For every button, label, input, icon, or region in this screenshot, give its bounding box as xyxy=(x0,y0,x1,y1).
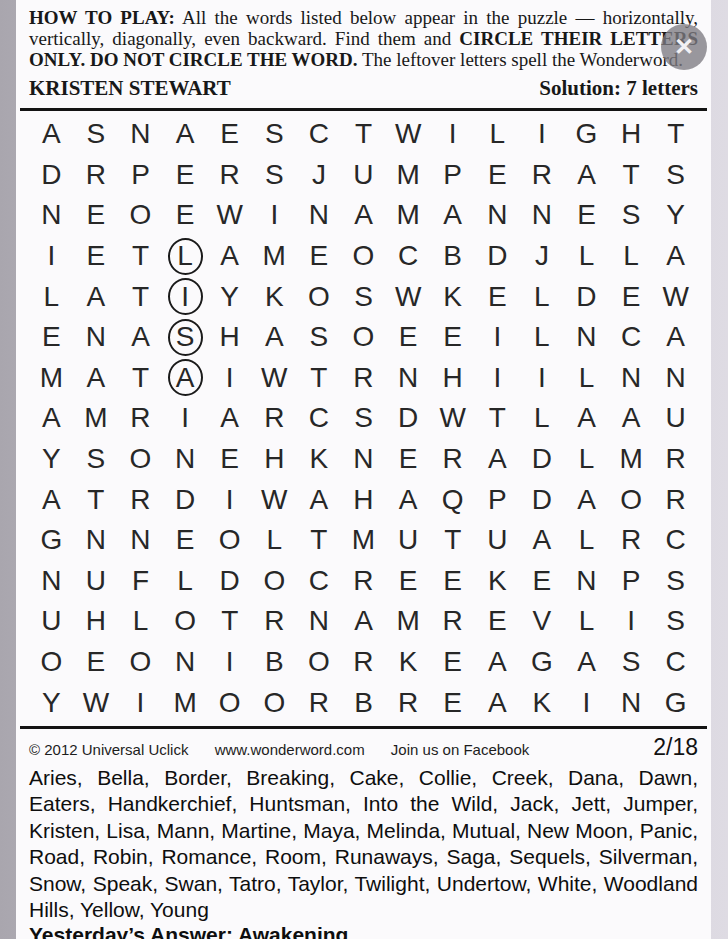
grid-cell-r15c6[interactable]: O xyxy=(252,682,297,723)
grid-cell-r6c11[interactable]: I xyxy=(475,317,520,358)
grid-cell-r3c6[interactable]: I xyxy=(252,195,297,236)
grid-cell-r2c12[interactable]: R xyxy=(520,155,565,196)
grid-cell-r14c4[interactable]: N xyxy=(163,642,208,683)
close-icon: ✕ xyxy=(674,35,694,59)
grid-cell-r8c2[interactable]: M xyxy=(74,398,119,439)
grid-cell-r12c4[interactable]: L xyxy=(163,561,208,602)
grid-cell-r14c5[interactable]: I xyxy=(207,642,252,683)
grid-cell-r14c2[interactable]: E xyxy=(74,642,119,683)
how-to-play-body-2: The leftover letters spell the Wonderwor… xyxy=(362,49,683,70)
grid-cell-r15c1[interactable]: Y xyxy=(29,682,74,723)
grid-cell-r9c14[interactable]: M xyxy=(609,439,654,480)
grid-cell-r5c4[interactable]: I xyxy=(163,276,208,317)
grid-cell-r5c12[interactable]: L xyxy=(520,276,565,317)
grid-cell-r3c8[interactable]: A xyxy=(341,195,386,236)
grid-cell-r6c4[interactable]: S xyxy=(163,317,208,358)
grid-cell-r12c10[interactable]: E xyxy=(430,561,475,602)
footer-row: © 2012 Universal Uclick www.wonderword.c… xyxy=(16,729,711,761)
grid-cell-r3c9[interactable]: M xyxy=(386,195,431,236)
grid-cell-r1c8[interactable]: T xyxy=(341,114,386,155)
grid-cell-r13c11[interactable]: E xyxy=(475,601,520,642)
grid-cell-r2c5[interactable]: R xyxy=(207,155,252,196)
grid-cell-r4c10[interactable]: B xyxy=(430,236,475,277)
grid-cell-r10c10[interactable]: Q xyxy=(430,479,475,520)
grid-cell-r2c2[interactable]: R xyxy=(74,155,119,196)
grid-cell-r11c11[interactable]: U xyxy=(475,520,520,561)
grid-cell-r1c11[interactable]: L xyxy=(475,114,520,155)
grid-cell-r10c1[interactable]: A xyxy=(29,479,74,520)
grid-cell-r4c3[interactable]: T xyxy=(118,236,163,277)
grid-cell-r13c1[interactable]: U xyxy=(29,601,74,642)
grid-cell-r5c14[interactable]: E xyxy=(609,276,654,317)
website-text: www.wonderword.com xyxy=(215,741,365,758)
grid-cell-r8c11[interactable]: T xyxy=(475,398,520,439)
grid-cell-r11c5[interactable]: O xyxy=(207,520,252,561)
puzzle-title: KRISTEN STEWART xyxy=(29,76,231,101)
grid-cell-r8c10[interactable]: W xyxy=(430,398,475,439)
close-button[interactable]: ✕ xyxy=(661,24,707,70)
grid-cell-r3c15[interactable]: Y xyxy=(653,195,698,236)
grid-cell-r5c7[interactable]: O xyxy=(297,276,342,317)
footer-credits: © 2012 Universal Uclick www.wonderword.c… xyxy=(29,741,551,761)
grid-cell-r6c6[interactable]: A xyxy=(252,317,297,358)
grid-cell-r1c9[interactable]: W xyxy=(386,114,431,155)
grid-cell-r5c3[interactable]: T xyxy=(118,276,163,317)
grid-cell-r2c7[interactable]: J xyxy=(297,155,342,196)
grid-cell-r3c3[interactable]: O xyxy=(118,195,163,236)
grid-cell-r7c7[interactable]: T xyxy=(297,358,342,399)
grid-cell-r12c6[interactable]: O xyxy=(252,561,297,602)
grid-cell-r14c3[interactable]: O xyxy=(118,642,163,683)
title-row: KRISTEN STEWART Solution: 7 letters xyxy=(16,70,711,108)
grid-cell-r2c10[interactable]: P xyxy=(430,155,475,196)
grid-cell-r11c3[interactable]: N xyxy=(118,520,163,561)
grid-cell-r10c9[interactable]: A xyxy=(386,479,431,520)
grid-cell-r7c3[interactable]: T xyxy=(118,358,163,399)
grid-cell-r15c7[interactable]: R xyxy=(297,682,342,723)
page-number: 2/18 xyxy=(653,734,698,761)
grid-cell-r12c9[interactable]: E xyxy=(386,561,431,602)
grid-cell-r4c8[interactable]: O xyxy=(341,236,386,277)
grid-cell-r1c2[interactable]: S xyxy=(74,114,119,155)
grid-cell-r3c14[interactable]: S xyxy=(609,195,654,236)
grid-cell-r4c11[interactable]: D xyxy=(475,236,520,277)
grid-cell-r13c5[interactable]: T xyxy=(207,601,252,642)
grid-cell-r13c6[interactable]: R xyxy=(252,601,297,642)
grid-cell-r1c1[interactable]: A xyxy=(29,114,74,155)
grid-cell-r7c14[interactable]: N xyxy=(609,358,654,399)
grid-cell-r4c15[interactable]: A xyxy=(653,236,698,277)
grid-cell-r13c14[interactable]: I xyxy=(609,601,654,642)
grid-cell-r12c13[interactable]: N xyxy=(564,561,609,602)
grid-cell-r2c15[interactable]: S xyxy=(653,155,698,196)
grid-cell-r3c13[interactable]: E xyxy=(564,195,609,236)
grid-cell-r14c12[interactable]: G xyxy=(520,642,565,683)
grid-cell-r13c9[interactable]: M xyxy=(386,601,431,642)
grid-cell-r11c1[interactable]: G xyxy=(29,520,74,561)
grid-cell-r12c5[interactable]: D xyxy=(207,561,252,602)
grid-cell-r7c5[interactable]: I xyxy=(207,358,252,399)
grid-cell-r15c4[interactable]: M xyxy=(163,682,208,723)
grid-cell-r4c12[interactable]: J xyxy=(520,236,565,277)
grid-cell-r2c8[interactable]: U xyxy=(341,155,386,196)
grid-cell-r9c8[interactable]: N xyxy=(341,439,386,480)
grid-cell-r8c12[interactable]: L xyxy=(520,398,565,439)
grid-cell-r12c2[interactable]: U xyxy=(74,561,119,602)
grid-cell-r10c8[interactable]: H xyxy=(341,479,386,520)
grid-cell-r6c10[interactable]: E xyxy=(430,317,475,358)
grid-cell-r6c13[interactable]: N xyxy=(564,317,609,358)
grid-cell-r4c1[interactable]: I xyxy=(29,236,74,277)
grid-frame: ASNAESCTWILIGHTDRPERSJUMPERATSNEOEWINAMA… xyxy=(20,108,707,729)
grid-cell-r2c11[interactable]: E xyxy=(475,155,520,196)
grid-cell-r9c4[interactable]: N xyxy=(163,439,208,480)
grid-cell-r8c3[interactable]: R xyxy=(118,398,163,439)
grid-cell-r1c15[interactable]: T xyxy=(653,114,698,155)
grid-cell-r11c14[interactable]: R xyxy=(609,520,654,561)
puzzle-card: HOW TO PLAY: All the words listed below … xyxy=(16,0,711,939)
grid-cell-r14c9[interactable]: K xyxy=(386,642,431,683)
solution-length-label: Solution: 7 letters xyxy=(539,76,698,101)
grid-cell-r7c8[interactable]: R xyxy=(341,358,386,399)
how-to-play-text: HOW TO PLAY: All the words listed below … xyxy=(16,0,711,70)
grid-cell-r13c3[interactable]: L xyxy=(118,601,163,642)
grid-cell-r10c5[interactable]: I xyxy=(207,479,252,520)
grid-cell-r4c14[interactable]: L xyxy=(609,236,654,277)
grid-cell-r10c3[interactable]: R xyxy=(118,479,163,520)
grid-cell-r4c9[interactable]: C xyxy=(386,236,431,277)
grid-cell-r10c13[interactable]: A xyxy=(564,479,609,520)
grid-cell-r8c6[interactable]: R xyxy=(252,398,297,439)
grid-cell-r15c8[interactable]: B xyxy=(341,682,386,723)
grid-cell-r8c1[interactable]: A xyxy=(29,398,74,439)
grid-cell-r14c15[interactable]: C xyxy=(653,642,698,683)
grid-cell-r15c5[interactable]: O xyxy=(207,682,252,723)
grid-cell-r5c11[interactable]: E xyxy=(475,276,520,317)
grid-cell-r7c11[interactable]: I xyxy=(475,358,520,399)
grid-cell-r2c9[interactable]: M xyxy=(386,155,431,196)
copyright-text: © 2012 Universal Uclick xyxy=(29,741,188,758)
grid-cell-r7c10[interactable]: H xyxy=(430,358,475,399)
grid-cell-r7c12[interactable]: I xyxy=(520,358,565,399)
grid-cell-r8c9[interactable]: D xyxy=(386,398,431,439)
facebook-text: Join us on Facebook xyxy=(391,741,529,758)
grid-cell-r5c8[interactable]: S xyxy=(341,276,386,317)
grid-cell-r9c11[interactable]: A xyxy=(475,439,520,480)
grid-cell-r9c10[interactable]: R xyxy=(430,439,475,480)
grid-cell-r3c12[interactable]: N xyxy=(520,195,565,236)
grid-cell-r7c9[interactable]: N xyxy=(386,358,431,399)
grid-cell-r3c4[interactable]: E xyxy=(163,195,208,236)
grid-cell-r4c2[interactable]: E xyxy=(74,236,119,277)
grid-cell-r14c8[interactable]: R xyxy=(341,642,386,683)
grid-cell-r12c11[interactable]: K xyxy=(475,561,520,602)
grid-cell-r6c14[interactable]: C xyxy=(609,317,654,358)
grid-cell-r5c10[interactable]: K xyxy=(430,276,475,317)
grid-cell-r12c14[interactable]: P xyxy=(609,561,654,602)
grid-cell-r15c13[interactable]: I xyxy=(564,682,609,723)
grid-cell-r5c1[interactable]: L xyxy=(29,276,74,317)
grid-cell-r11c15[interactable]: C xyxy=(653,520,698,561)
grid-cell-r14c1[interactable]: O xyxy=(29,642,74,683)
grid-cell-r15c14[interactable]: N xyxy=(609,682,654,723)
grid-cell-r8c7[interactable]: C xyxy=(297,398,342,439)
grid-cell-r13c4[interactable]: O xyxy=(163,601,208,642)
grid-cell-r14c13[interactable]: A xyxy=(564,642,609,683)
grid-cell-r12c1[interactable]: N xyxy=(29,561,74,602)
grid-cell-r1c10[interactable]: I xyxy=(430,114,475,155)
grid-cell-r7c6[interactable]: W xyxy=(252,358,297,399)
grid-cell-r1c6[interactable]: S xyxy=(252,114,297,155)
grid-cell-r3c5[interactable]: W xyxy=(207,195,252,236)
grid-cell-r9c7[interactable]: K xyxy=(297,439,342,480)
grid-cell-r12c12[interactable]: E xyxy=(520,561,565,602)
grid-cell-r12c15[interactable]: S xyxy=(653,561,698,602)
grid-cell-r8c5[interactable]: A xyxy=(207,398,252,439)
grid-cell-r10c12[interactable]: D xyxy=(520,479,565,520)
grid-cell-r6c5[interactable]: H xyxy=(207,317,252,358)
word-search-grid[interactable]: ASNAESCTWILIGHTDRPERSJUMPERATSNEOEWINAMA… xyxy=(20,111,707,726)
grid-cell-r15c11[interactable]: A xyxy=(475,682,520,723)
grid-cell-r1c12[interactable]: I xyxy=(520,114,565,155)
grid-cell-r6c9[interactable]: E xyxy=(386,317,431,358)
grid-cell-r8c13[interactable]: A xyxy=(564,398,609,439)
grid-cell-r4c7[interactable]: E xyxy=(297,236,342,277)
grid-cell-r10c2[interactable]: T xyxy=(74,479,119,520)
grid-cell-r11c9[interactable]: U xyxy=(386,520,431,561)
grid-cell-r10c4[interactable]: D xyxy=(163,479,208,520)
grid-cell-r12c7[interactable]: C xyxy=(297,561,342,602)
grid-cell-r3c10[interactable]: A xyxy=(430,195,475,236)
grid-cell-r6c7[interactable]: S xyxy=(297,317,342,358)
grid-cell-r13c8[interactable]: A xyxy=(341,601,386,642)
grid-cell-r14c7[interactable]: O xyxy=(297,642,342,683)
grid-cell-r11c13[interactable]: L xyxy=(564,520,609,561)
grid-cell-r5c2[interactable]: A xyxy=(74,276,119,317)
grid-cell-r14c14[interactable]: S xyxy=(609,642,654,683)
grid-cell-r15c9[interactable]: R xyxy=(386,682,431,723)
grid-cell-r6c2[interactable]: N xyxy=(74,317,119,358)
grid-cell-r1c7[interactable]: C xyxy=(297,114,342,155)
yesterday-answer: Yesterday’s Answer: Awakening xyxy=(16,923,711,939)
how-to-play-label: HOW TO PLAY: xyxy=(29,7,175,28)
grid-cell-r5c5[interactable]: Y xyxy=(207,276,252,317)
grid-cell-r7c13[interactable]: L xyxy=(564,358,609,399)
grid-cell-r6c1[interactable]: E xyxy=(29,317,74,358)
grid-cell-r11c4[interactable]: E xyxy=(163,520,208,561)
grid-cell-r15c12[interactable]: K xyxy=(520,682,565,723)
grid-cell-r4c4[interactable]: L xyxy=(163,236,208,277)
grid-cell-r9c1[interactable]: Y xyxy=(29,439,74,480)
grid-cell-r14c11[interactable]: A xyxy=(475,642,520,683)
grid-cell-r11c12[interactable]: A xyxy=(520,520,565,561)
grid-cell-r13c7[interactable]: N xyxy=(297,601,342,642)
grid-cell-r11c8[interactable]: M xyxy=(341,520,386,561)
grid-cell-r1c13[interactable]: G xyxy=(564,114,609,155)
grid-cell-r14c6[interactable]: B xyxy=(252,642,297,683)
grid-cell-r9c2[interactable]: S xyxy=(74,439,119,480)
grid-cell-r11c7[interactable]: T xyxy=(297,520,342,561)
grid-cell-r3c1[interactable]: N xyxy=(29,195,74,236)
grid-cell-r9c13[interactable]: L xyxy=(564,439,609,480)
grid-cell-r1c14[interactable]: H xyxy=(609,114,654,155)
grid-cell-r6c15[interactable]: A xyxy=(653,317,698,358)
grid-cell-r9c3[interactable]: O xyxy=(118,439,163,480)
grid-cell-r8c14[interactable]: A xyxy=(609,398,654,439)
grid-cell-r2c4[interactable]: E xyxy=(163,155,208,196)
grid-cell-r13c12[interactable]: V xyxy=(520,601,565,642)
grid-cell-r9c5[interactable]: E xyxy=(207,439,252,480)
word-list: Aries, Bella, Border, Breaking, Cake, Co… xyxy=(16,761,711,923)
grid-cell-r11c10[interactable]: T xyxy=(430,520,475,561)
grid-cell-r2c13[interactable]: A xyxy=(564,155,609,196)
grid-cell-r4c13[interactable]: L xyxy=(564,236,609,277)
grid-cell-r3c7[interactable]: N xyxy=(297,195,342,236)
grid-cell-r10c15[interactable]: R xyxy=(653,479,698,520)
grid-cell-r4c6[interactable]: M xyxy=(252,236,297,277)
grid-cell-r1c3[interactable]: N xyxy=(118,114,163,155)
grid-cell-r15c3[interactable]: I xyxy=(118,682,163,723)
grid-cell-r13c2[interactable]: H xyxy=(74,601,119,642)
grid-cell-r9c6[interactable]: H xyxy=(252,439,297,480)
grid-cell-r9c12[interactable]: D xyxy=(520,439,565,480)
grid-cell-r11c6[interactable]: L xyxy=(252,520,297,561)
grid-cell-r1c5[interactable]: E xyxy=(207,114,252,155)
grid-cell-r8c15[interactable]: U xyxy=(653,398,698,439)
grid-cell-r7c1[interactable]: M xyxy=(29,358,74,399)
grid-cell-r10c14[interactable]: O xyxy=(609,479,654,520)
grid-cell-r6c3[interactable]: A xyxy=(118,317,163,358)
grid-cell-r2c6[interactable]: S xyxy=(252,155,297,196)
grid-cell-r5c15[interactable]: W xyxy=(653,276,698,317)
grid-cell-r15c10[interactable]: E xyxy=(430,682,475,723)
grid-cell-r14c10[interactable]: E xyxy=(430,642,475,683)
grid-cell-r10c11[interactable]: P xyxy=(475,479,520,520)
grid-cell-r8c8[interactable]: S xyxy=(341,398,386,439)
grid-cell-r4c5[interactable]: A xyxy=(207,236,252,277)
grid-cell-r2c3[interactable]: P xyxy=(118,155,163,196)
grid-cell-r12c8[interactable]: R xyxy=(341,561,386,602)
grid-cell-r13c15[interactable]: S xyxy=(653,601,698,642)
grid-cell-r8c4[interactable]: I xyxy=(163,398,208,439)
grid-cell-r3c11[interactable]: N xyxy=(475,195,520,236)
grid-cell-r12c3[interactable]: F xyxy=(118,561,163,602)
grid-cell-r5c6[interactable]: K xyxy=(252,276,297,317)
grid-cell-r6c8[interactable]: O xyxy=(341,317,386,358)
grid-cell-r15c2[interactable]: W xyxy=(74,682,119,723)
grid-cell-r5c9[interactable]: W xyxy=(386,276,431,317)
grid-cell-r2c14[interactable]: T xyxy=(609,155,654,196)
grid-cell-r1c4[interactable]: A xyxy=(163,114,208,155)
grid-cell-r6c12[interactable]: L xyxy=(520,317,565,358)
grid-cell-r15c15[interactable]: G xyxy=(653,682,698,723)
wonderword-puzzle-page: HOW TO PLAY: All the words listed below … xyxy=(0,0,728,939)
grid-cell-r10c6[interactable]: W xyxy=(252,479,297,520)
grid-cell-r5c13[interactable]: D xyxy=(564,276,609,317)
grid-cell-r10c7[interactable]: A xyxy=(297,479,342,520)
grid-cell-r9c15[interactable]: R xyxy=(653,439,698,480)
grid-cell-r13c10[interactable]: R xyxy=(430,601,475,642)
grid-cell-r11c2[interactable]: N xyxy=(74,520,119,561)
grid-cell-r7c2[interactable]: A xyxy=(74,358,119,399)
grid-cell-r3c2[interactable]: E xyxy=(74,195,119,236)
grid-cell-r7c15[interactable]: N xyxy=(653,358,698,399)
grid-cell-r9c9[interactable]: E xyxy=(386,439,431,480)
grid-cell-r7c4[interactable]: A xyxy=(163,358,208,399)
grid-cell-r13c13[interactable]: L xyxy=(564,601,609,642)
grid-cell-r2c1[interactable]: D xyxy=(29,155,74,196)
